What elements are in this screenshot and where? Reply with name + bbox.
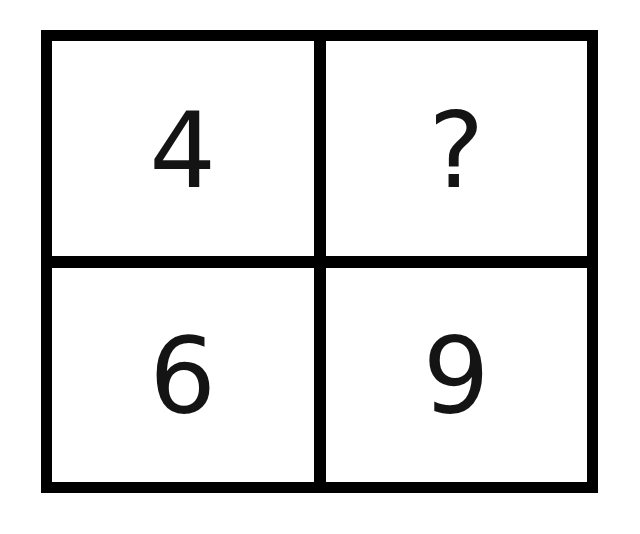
- cell-value-r2c1: 6: [149, 325, 216, 430]
- cell-r1c2: ?: [326, 41, 588, 256]
- cell-value-r2c2: 9: [423, 325, 490, 430]
- cell-r2c2: 9: [326, 268, 588, 483]
- puzzle-grid: 4 ? 6 9: [41, 30, 598, 493]
- cell-value-r1c1: 4: [149, 99, 216, 204]
- cell-r2c1: 6: [52, 268, 314, 483]
- cell-r1c1: 4: [52, 41, 314, 256]
- cell-value-r1c2-unknown: ?: [428, 99, 484, 204]
